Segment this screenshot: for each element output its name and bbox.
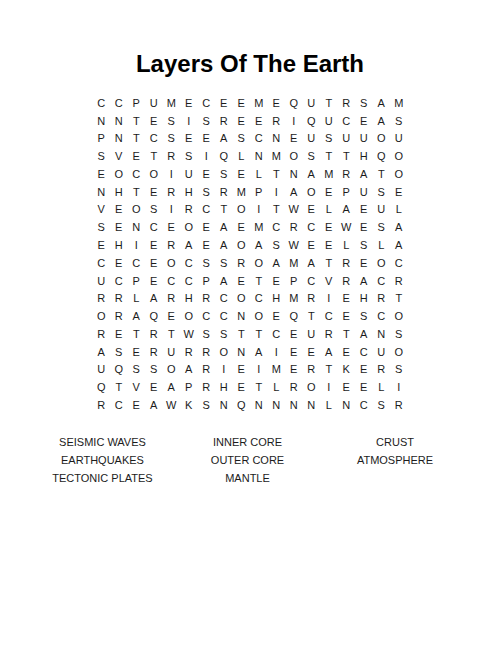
grid-cell[interactable]: O: [373, 254, 391, 272]
grid-cell[interactable]: T: [268, 201, 286, 219]
grid-cell[interactable]: L: [390, 201, 408, 219]
grid-cell[interactable]: O: [163, 360, 181, 378]
grid-cell[interactable]: R: [373, 360, 391, 378]
grid-cell[interactable]: E: [285, 343, 303, 361]
grid-cell[interactable]: E: [285, 325, 303, 343]
grid-cell[interactable]: P: [180, 378, 198, 396]
grid-cell[interactable]: E: [198, 236, 216, 254]
grid-cell[interactable]: N: [215, 396, 233, 414]
grid-cell[interactable]: E: [110, 325, 128, 343]
grid-cell[interactable]: M: [285, 289, 303, 307]
grid-cell[interactable]: E: [268, 272, 286, 290]
grid-cell[interactable]: E: [215, 94, 233, 112]
grid-cell[interactable]: E: [128, 343, 146, 361]
grid-cell[interactable]: R: [110, 289, 128, 307]
grid-cell[interactable]: E: [355, 112, 373, 130]
grid-cell[interactable]: E: [163, 307, 181, 325]
grid-cell[interactable]: I: [285, 112, 303, 130]
grid-cell[interactable]: E: [198, 218, 216, 236]
grid-cell[interactable]: C: [215, 307, 233, 325]
grid-cell[interactable]: N: [268, 396, 286, 414]
grid-cell[interactable]: L: [373, 378, 391, 396]
grid-cell[interactable]: S: [93, 147, 111, 165]
grid-cell[interactable]: L: [128, 289, 146, 307]
grid-cell[interactable]: C: [355, 396, 373, 414]
grid-cell[interactable]: T: [110, 378, 128, 396]
grid-cell[interactable]: S: [215, 165, 233, 183]
grid-cell[interactable]: N: [250, 396, 268, 414]
grid-cell[interactable]: I: [268, 183, 286, 201]
grid-cell[interactable]: A: [93, 343, 111, 361]
grid-cell[interactable]: T: [303, 307, 321, 325]
grid-cell[interactable]: I: [163, 165, 181, 183]
grid-cell[interactable]: E: [233, 378, 251, 396]
grid-cell[interactable]: V: [110, 147, 128, 165]
grid-cell[interactable]: R: [390, 396, 408, 414]
grid-cell[interactable]: C: [303, 218, 321, 236]
grid-cell[interactable]: N: [233, 343, 251, 361]
grid-cell[interactable]: H: [180, 289, 198, 307]
grid-cell[interactable]: M: [163, 94, 181, 112]
grid-cell[interactable]: C: [303, 272, 321, 290]
grid-cell[interactable]: O: [180, 307, 198, 325]
grid-cell[interactable]: R: [338, 254, 356, 272]
grid-cell[interactable]: U: [320, 112, 338, 130]
grid-cell[interactable]: S: [145, 201, 163, 219]
grid-cell[interactable]: M: [268, 147, 286, 165]
grid-cell[interactable]: E: [93, 236, 111, 254]
grid-cell[interactable]: S: [355, 236, 373, 254]
grid-cell[interactable]: Q: [373, 147, 391, 165]
grid-cell[interactable]: C: [93, 254, 111, 272]
grid-cell[interactable]: O: [233, 201, 251, 219]
grid-cell[interactable]: E: [285, 130, 303, 148]
grid-cell[interactable]: Q: [110, 360, 128, 378]
grid-cell[interactable]: A: [320, 343, 338, 361]
grid-cell[interactable]: S: [390, 360, 408, 378]
grid-cell[interactable]: E: [355, 218, 373, 236]
grid-cell[interactable]: C: [128, 165, 146, 183]
grid-cell[interactable]: S: [355, 307, 373, 325]
grid-cell[interactable]: C: [110, 272, 128, 290]
grid-cell[interactable]: N: [338, 396, 356, 414]
grid-cell[interactable]: R: [215, 112, 233, 130]
grid-cell[interactable]: N: [285, 396, 303, 414]
grid-cell[interactable]: T: [145, 147, 163, 165]
grid-cell[interactable]: U: [355, 183, 373, 201]
grid-cell[interactable]: A: [390, 218, 408, 236]
grid-cell[interactable]: U: [180, 165, 198, 183]
grid-cell[interactable]: L: [268, 378, 286, 396]
grid-cell[interactable]: T: [338, 325, 356, 343]
grid-cell[interactable]: I: [320, 378, 338, 396]
grid-cell[interactable]: A: [215, 236, 233, 254]
grid-cell[interactable]: O: [303, 183, 321, 201]
grid-cell[interactable]: U: [338, 130, 356, 148]
grid-cell[interactable]: E: [110, 201, 128, 219]
grid-cell[interactable]: O: [233, 236, 251, 254]
grid-cell[interactable]: A: [163, 378, 181, 396]
grid-cell[interactable]: E: [355, 378, 373, 396]
grid-cell[interactable]: C: [180, 272, 198, 290]
grid-cell[interactable]: A: [145, 396, 163, 414]
grid-cell[interactable]: V: [93, 201, 111, 219]
grid-cell[interactable]: N: [303, 396, 321, 414]
grid-cell[interactable]: S: [198, 254, 216, 272]
grid-cell[interactable]: M: [250, 218, 268, 236]
grid-cell[interactable]: A: [355, 325, 373, 343]
grid-cell[interactable]: W: [163, 396, 181, 414]
grid-cell[interactable]: C: [390, 254, 408, 272]
grid-cell[interactable]: C: [250, 289, 268, 307]
grid-cell[interactable]: T: [250, 325, 268, 343]
grid-cell[interactable]: R: [373, 289, 391, 307]
grid-cell[interactable]: P: [198, 272, 216, 290]
grid-cell[interactable]: E: [355, 201, 373, 219]
grid-cell[interactable]: T: [320, 254, 338, 272]
grid-cell[interactable]: E: [338, 378, 356, 396]
grid-cell[interactable]: E: [338, 307, 356, 325]
grid-cell[interactable]: O: [250, 307, 268, 325]
grid-cell[interactable]: E: [93, 165, 111, 183]
grid-cell[interactable]: R: [338, 272, 356, 290]
grid-cell[interactable]: N: [110, 112, 128, 130]
grid-cell[interactable]: E: [180, 130, 198, 148]
grid-cell[interactable]: O: [145, 165, 163, 183]
grid-cell[interactable]: W: [285, 236, 303, 254]
grid-cell[interactable]: E: [145, 236, 163, 254]
grid-cell[interactable]: I: [198, 147, 216, 165]
grid-cell[interactable]: I: [180, 112, 198, 130]
grid-cell[interactable]: E: [320, 183, 338, 201]
grid-cell[interactable]: S: [198, 325, 216, 343]
grid-cell[interactable]: E: [145, 378, 163, 396]
grid-cell[interactable]: E: [320, 236, 338, 254]
grid-cell[interactable]: E: [233, 272, 251, 290]
grid-cell[interactable]: E: [268, 307, 286, 325]
grid-cell[interactable]: E: [233, 360, 251, 378]
grid-cell[interactable]: C: [373, 307, 391, 325]
grid-cell[interactable]: C: [145, 218, 163, 236]
grid-cell[interactable]: U: [93, 360, 111, 378]
grid-cell[interactable]: C: [198, 201, 216, 219]
grid-cell[interactable]: R: [233, 254, 251, 272]
grid-cell[interactable]: I: [390, 378, 408, 396]
grid-cell[interactable]: P: [250, 183, 268, 201]
grid-cell[interactable]: R: [145, 325, 163, 343]
grid-cell[interactable]: R: [93, 289, 111, 307]
grid-cell[interactable]: S: [163, 112, 181, 130]
grid-cell[interactable]: U: [390, 130, 408, 148]
grid-cell[interactable]: U: [303, 94, 321, 112]
grid-cell[interactable]: Q: [233, 396, 251, 414]
grid-cell[interactable]: O: [250, 254, 268, 272]
grid-cell[interactable]: T: [233, 325, 251, 343]
grid-cell[interactable]: Q: [285, 307, 303, 325]
grid-cell[interactable]: A: [250, 236, 268, 254]
grid-cell[interactable]: O: [390, 147, 408, 165]
grid-cell[interactable]: O: [390, 165, 408, 183]
grid-cell[interactable]: R: [303, 360, 321, 378]
grid-cell[interactable]: T: [128, 325, 146, 343]
grid-cell[interactable]: R: [145, 343, 163, 361]
grid-cell[interactable]: K: [338, 360, 356, 378]
grid-cell[interactable]: A: [355, 165, 373, 183]
grid-cell[interactable]: R: [93, 396, 111, 414]
grid-cell[interactable]: S: [373, 183, 391, 201]
grid-cell[interactable]: R: [285, 378, 303, 396]
grid-cell[interactable]: L: [320, 201, 338, 219]
grid-cell[interactable]: S: [233, 130, 251, 148]
grid-cell[interactable]: P: [128, 272, 146, 290]
grid-cell[interactable]: R: [163, 236, 181, 254]
grid-cell[interactable]: M: [390, 94, 408, 112]
grid-cell[interactable]: C: [198, 94, 216, 112]
grid-cell[interactable]: T: [268, 165, 286, 183]
grid-cell[interactable]: T: [338, 147, 356, 165]
grid-cell[interactable]: M: [268, 360, 286, 378]
grid-cell[interactable]: C: [180, 254, 198, 272]
grid-cell[interactable]: T: [320, 360, 338, 378]
grid-cell[interactable]: Q: [215, 147, 233, 165]
grid-cell[interactable]: R: [163, 289, 181, 307]
grid-cell[interactable]: E: [320, 218, 338, 236]
grid-cell[interactable]: Q: [145, 307, 163, 325]
grid-cell[interactable]: E: [390, 183, 408, 201]
grid-cell[interactable]: O: [373, 130, 391, 148]
grid-cell[interactable]: T: [128, 130, 146, 148]
grid-cell[interactable]: S: [198, 112, 216, 130]
grid-cell[interactable]: C: [338, 112, 356, 130]
grid-cell[interactable]: R: [338, 94, 356, 112]
grid-cell[interactable]: E: [303, 343, 321, 361]
grid-cell[interactable]: E: [355, 254, 373, 272]
grid-cell[interactable]: S: [198, 183, 216, 201]
grid-cell[interactable]: S: [110, 343, 128, 361]
grid-cell[interactable]: C: [128, 254, 146, 272]
grid-cell[interactable]: N: [373, 325, 391, 343]
grid-cell[interactable]: V: [320, 272, 338, 290]
grid-cell[interactable]: C: [93, 94, 111, 112]
grid-cell[interactable]: S: [268, 236, 286, 254]
grid-cell[interactable]: O: [110, 165, 128, 183]
grid-cell[interactable]: W: [338, 218, 356, 236]
grid-cell[interactable]: A: [285, 183, 303, 201]
grid-cell[interactable]: U: [355, 130, 373, 148]
grid-cell[interactable]: A: [215, 130, 233, 148]
grid-cell[interactable]: R: [303, 289, 321, 307]
grid-cell[interactable]: R: [198, 289, 216, 307]
grid-cell[interactable]: O: [233, 289, 251, 307]
grid-cell[interactable]: A: [373, 94, 391, 112]
grid-cell[interactable]: A: [268, 254, 286, 272]
grid-cell[interactable]: E: [128, 396, 146, 414]
grid-cell[interactable]: S: [355, 94, 373, 112]
grid-cell[interactable]: S: [215, 254, 233, 272]
grid-cell[interactable]: A: [128, 307, 146, 325]
grid-cell[interactable]: N: [250, 147, 268, 165]
grid-cell[interactable]: I: [320, 289, 338, 307]
grid-cell[interactable]: E: [303, 236, 321, 254]
grid-cell[interactable]: T: [320, 147, 338, 165]
grid-cell[interactable]: E: [110, 218, 128, 236]
grid-cell[interactable]: R: [163, 147, 181, 165]
grid-cell[interactable]: C: [110, 94, 128, 112]
grid-cell[interactable]: O: [390, 343, 408, 361]
grid-cell[interactable]: E: [233, 112, 251, 130]
grid-cell[interactable]: E: [250, 112, 268, 130]
grid-cell[interactable]: I: [268, 343, 286, 361]
grid-cell[interactable]: H: [110, 183, 128, 201]
grid-cell[interactable]: E: [110, 254, 128, 272]
grid-cell[interactable]: E: [198, 165, 216, 183]
grid-cell[interactable]: R: [285, 218, 303, 236]
grid-cell[interactable]: T: [250, 272, 268, 290]
grid-cell[interactable]: E: [163, 218, 181, 236]
grid-cell[interactable]: R: [198, 343, 216, 361]
grid-cell[interactable]: W: [180, 325, 198, 343]
grid-cell[interactable]: L: [320, 396, 338, 414]
grid-cell[interactable]: R: [198, 360, 216, 378]
grid-cell[interactable]: I: [250, 201, 268, 219]
grid-cell[interactable]: R: [110, 307, 128, 325]
grid-cell[interactable]: L: [373, 236, 391, 254]
grid-cell[interactable]: E: [145, 183, 163, 201]
grid-cell[interactable]: A: [373, 112, 391, 130]
grid-cell[interactable]: A: [145, 289, 163, 307]
grid-cell[interactable]: T: [128, 183, 146, 201]
grid-cell[interactable]: E: [233, 94, 251, 112]
grid-cell[interactable]: S: [163, 130, 181, 148]
grid-cell[interactable]: Q: [285, 94, 303, 112]
grid-cell[interactable]: M: [285, 254, 303, 272]
grid-cell[interactable]: E: [198, 130, 216, 148]
grid-cell[interactable]: A: [390, 236, 408, 254]
grid-cell[interactable]: H: [355, 289, 373, 307]
grid-cell[interactable]: E: [233, 218, 251, 236]
grid-cell[interactable]: N: [233, 307, 251, 325]
grid-cell[interactable]: N: [110, 130, 128, 148]
grid-cell[interactable]: A: [215, 218, 233, 236]
grid-cell[interactable]: H: [215, 378, 233, 396]
grid-cell[interactable]: S: [373, 218, 391, 236]
grid-cell[interactable]: T: [320, 94, 338, 112]
grid-cell[interactable]: C: [110, 396, 128, 414]
grid-cell[interactable]: T: [163, 325, 181, 343]
grid-cell[interactable]: H: [355, 147, 373, 165]
grid-cell[interactable]: E: [338, 289, 356, 307]
grid-cell[interactable]: T: [373, 165, 391, 183]
grid-cell[interactable]: N: [285, 165, 303, 183]
grid-cell[interactable]: R: [390, 272, 408, 290]
grid-cell[interactable]: H: [110, 236, 128, 254]
grid-cell[interactable]: Q: [93, 378, 111, 396]
grid-cell[interactable]: S: [93, 218, 111, 236]
grid-cell[interactable]: O: [390, 307, 408, 325]
grid-cell[interactable]: R: [198, 378, 216, 396]
grid-cell[interactable]: A: [215, 272, 233, 290]
grid-cell[interactable]: S: [145, 360, 163, 378]
grid-cell[interactable]: S: [320, 130, 338, 148]
grid-cell[interactable]: N: [93, 112, 111, 130]
grid-cell[interactable]: C: [145, 130, 163, 148]
grid-cell[interactable]: C: [198, 307, 216, 325]
grid-cell[interactable]: E: [145, 272, 163, 290]
grid-cell[interactable]: R: [215, 183, 233, 201]
grid-cell[interactable]: P: [285, 272, 303, 290]
grid-cell[interactable]: T: [215, 201, 233, 219]
grid-cell[interactable]: C: [320, 307, 338, 325]
grid-cell[interactable]: C: [215, 289, 233, 307]
grid-cell[interactable]: U: [145, 94, 163, 112]
grid-cell[interactable]: E: [145, 254, 163, 272]
grid-cell[interactable]: V: [128, 378, 146, 396]
grid-cell[interactable]: S: [390, 325, 408, 343]
grid-cell[interactable]: A: [250, 343, 268, 361]
grid-cell[interactable]: M: [233, 183, 251, 201]
grid-cell[interactable]: A: [355, 272, 373, 290]
grid-cell[interactable]: R: [180, 201, 198, 219]
grid-cell[interactable]: N: [93, 183, 111, 201]
grid-cell[interactable]: L: [338, 236, 356, 254]
grid-cell[interactable]: S: [128, 360, 146, 378]
grid-cell[interactable]: O: [180, 218, 198, 236]
grid-cell[interactable]: S: [390, 112, 408, 130]
grid-cell[interactable]: O: [163, 254, 181, 272]
grid-cell[interactable]: U: [163, 343, 181, 361]
grid-cell[interactable]: U: [373, 201, 391, 219]
grid-cell[interactable]: O: [303, 378, 321, 396]
grid-cell[interactable]: I: [163, 201, 181, 219]
grid-cell[interactable]: C: [163, 272, 181, 290]
grid-cell[interactable]: M: [250, 94, 268, 112]
grid-cell[interactable]: I: [215, 360, 233, 378]
grid-cell[interactable]: Q: [303, 112, 321, 130]
grid-cell[interactable]: E: [355, 360, 373, 378]
grid-cell[interactable]: T: [390, 289, 408, 307]
grid-cell[interactable]: C: [355, 343, 373, 361]
grid-cell[interactable]: A: [338, 201, 356, 219]
grid-cell[interactable]: U: [373, 343, 391, 361]
grid-cell[interactable]: P: [338, 183, 356, 201]
grid-cell[interactable]: R: [93, 325, 111, 343]
grid-cell[interactable]: E: [338, 343, 356, 361]
grid-cell[interactable]: E: [145, 112, 163, 130]
grid-cell[interactable]: M: [320, 165, 338, 183]
grid-cell[interactable]: R: [180, 343, 198, 361]
grid-cell[interactable]: E: [268, 94, 286, 112]
grid-cell[interactable]: K: [180, 396, 198, 414]
grid-cell[interactable]: T: [250, 378, 268, 396]
grid-cell[interactable]: U: [303, 325, 321, 343]
grid-cell[interactable]: L: [233, 147, 251, 165]
grid-cell[interactable]: O: [93, 307, 111, 325]
grid-cell[interactable]: E: [233, 165, 251, 183]
grid-cell[interactable]: H: [180, 183, 198, 201]
grid-cell[interactable]: S: [303, 147, 321, 165]
grid-cell[interactable]: R: [320, 325, 338, 343]
grid-cell[interactable]: P: [128, 94, 146, 112]
grid-cell[interactable]: C: [268, 218, 286, 236]
grid-cell[interactable]: S: [198, 396, 216, 414]
grid-cell[interactable]: I: [128, 236, 146, 254]
grid-cell[interactable]: C: [268, 325, 286, 343]
grid-cell[interactable]: W: [285, 201, 303, 219]
grid-cell[interactable]: E: [303, 201, 321, 219]
grid-cell[interactable]: L: [250, 165, 268, 183]
grid-cell[interactable]: R: [338, 165, 356, 183]
grid-cell[interactable]: A: [180, 236, 198, 254]
